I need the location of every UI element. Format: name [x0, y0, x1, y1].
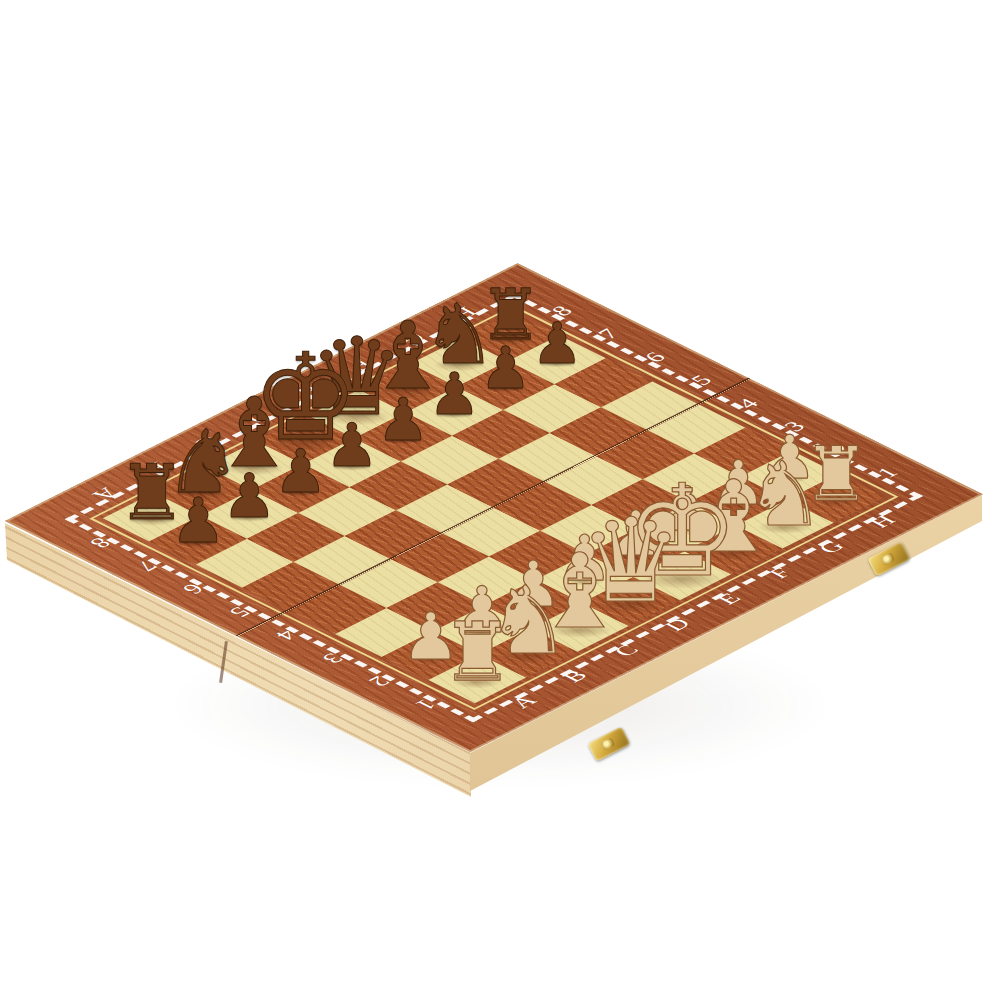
label-se-H: H: [865, 513, 900, 530]
photo-stage: ABCDEFGHABCDEFGH8765432187654321 ♜♞♝♚♛♝♞…: [0, 0, 1000, 1000]
piece-dark-pawn-b7[interactable]: ♟: [222, 465, 277, 526]
piece-dark-pawn-e7[interactable]: ♟: [377, 390, 430, 449]
piece-dark-pawn-a7[interactable]: ♟: [170, 490, 226, 552]
piece-dark-pawn-h7[interactable]: ♟: [531, 314, 582, 371]
piece-dark-pawn-c7[interactable]: ♟: [274, 441, 328, 501]
piece-dark-pawn-f7[interactable]: ♟: [428, 365, 480, 423]
piece-dark-pawn-d7[interactable]: ♟: [325, 415, 379, 475]
piece-dark-pawn-g7[interactable]: ♟: [480, 339, 532, 397]
piece-light-rook-a1[interactable]: ♜: [441, 612, 514, 693]
